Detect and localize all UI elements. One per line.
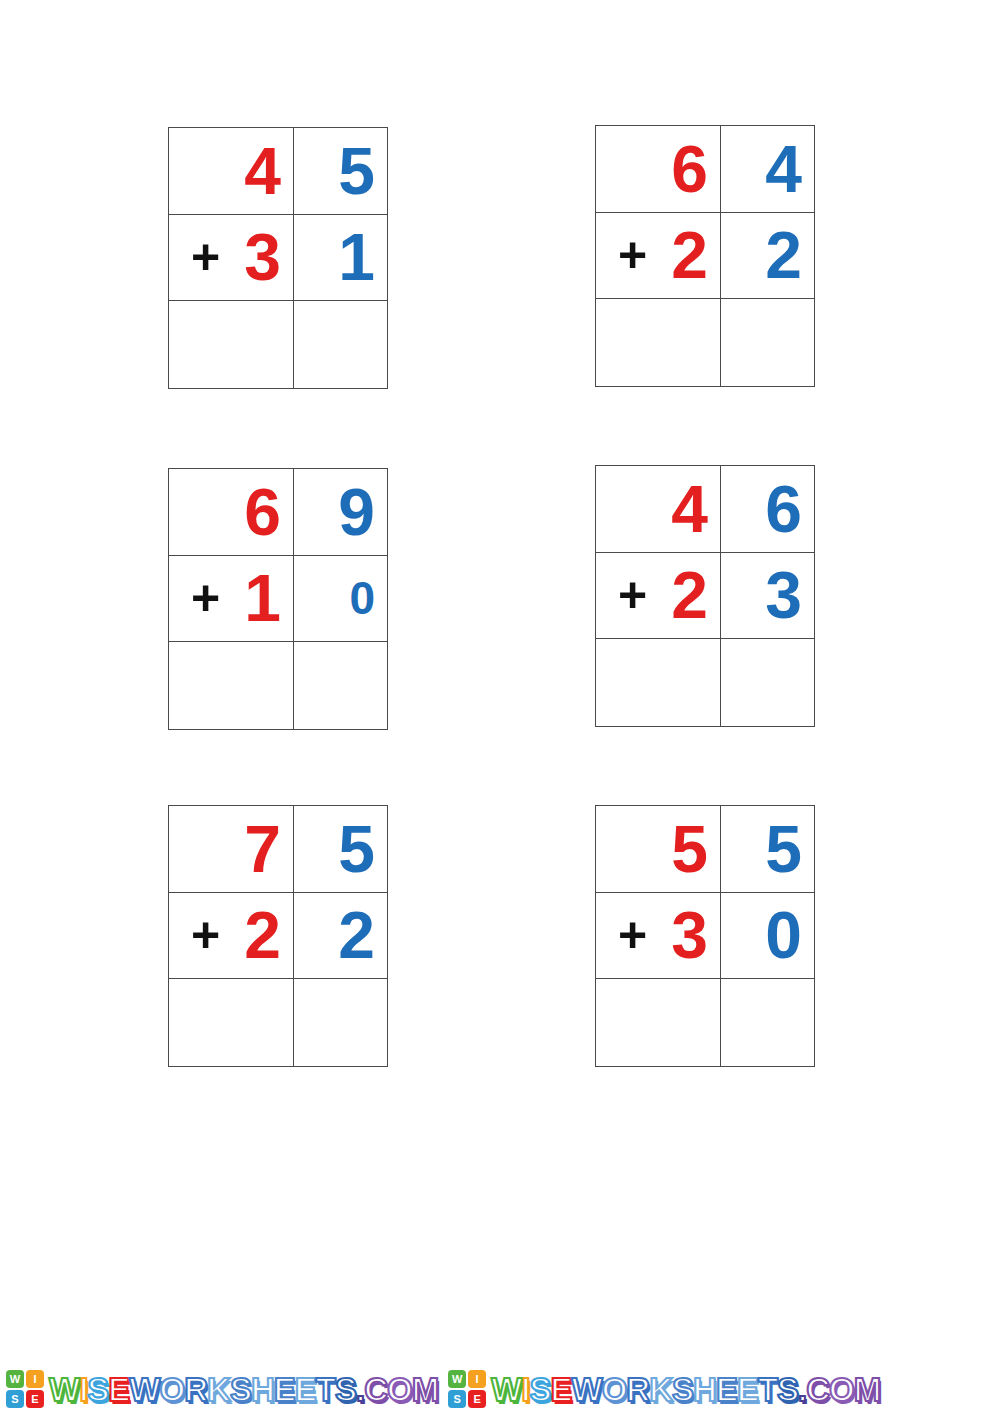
ones-digit: 2	[765, 222, 802, 288]
bottom-ones-cell: 2	[294, 893, 387, 980]
brand-letter: S	[529, 1371, 550, 1408]
answer-cell-tens[interactable]	[169, 301, 294, 388]
worksheet-page: 4 5 +3 1 6 4 +2 2 6 9 +1 0 4 6 +2 3 7 5 …	[0, 0, 1000, 1413]
tens-digit: 2	[244, 902, 281, 968]
brand-letter: O	[602, 1371, 627, 1408]
logo-letter-square: S	[6, 1390, 24, 1408]
answer-cell-ones[interactable]	[294, 301, 387, 388]
brand-letter: W	[129, 1371, 159, 1408]
tens-digit: 4	[671, 476, 708, 542]
brand-letter: S	[777, 1371, 798, 1408]
tens-digit: 5	[671, 816, 708, 882]
answer-cell-ones[interactable]	[721, 639, 814, 726]
bottom-ones-cell: 0	[294, 556, 387, 643]
tens-digit: 2	[671, 562, 708, 628]
addition-problem-2: 6 4 +2 2	[595, 125, 815, 387]
top-tens-cell: 5	[596, 806, 721, 893]
answer-cell-tens[interactable]	[596, 299, 721, 386]
top-tens-cell: 7	[169, 806, 294, 893]
ones-digit: 2	[338, 902, 375, 968]
addition-problem-5: 7 5 +2 2	[168, 805, 388, 1067]
logo-letter-square: E	[26, 1390, 44, 1408]
wiseworksheets-logo-icon: WISE	[448, 1370, 486, 1408]
bottom-ones-cell: 0	[721, 893, 814, 980]
bottom-tens-cell: +3	[596, 893, 721, 980]
bottom-tens-cell: +3	[169, 215, 294, 302]
addition-problem-1: 4 5 +3 1	[168, 127, 388, 389]
wiseworksheets-brand: WISE WISEWORKSHEETS.COM	[448, 1370, 880, 1408]
brand-letter: W	[491, 1371, 521, 1408]
tens-digit: 6	[244, 479, 281, 545]
brand-letter: W	[49, 1371, 79, 1408]
wiseworksheets-wordmark: WISEWORKSHEETS.COM	[491, 1373, 880, 1406]
answer-cell-tens[interactable]	[596, 979, 721, 1066]
top-tens-cell: 6	[596, 126, 721, 213]
brand-letter: .	[356, 1371, 364, 1408]
ones-digit: 6	[765, 476, 802, 542]
brand-letter: M	[412, 1371, 439, 1408]
answer-cell-ones[interactable]	[294, 979, 387, 1066]
brand-letter: K	[207, 1371, 230, 1408]
answer-cell-tens[interactable]	[169, 979, 294, 1066]
brand-letter: S	[335, 1371, 356, 1408]
ones-digit: 0	[349, 575, 375, 621]
brand-letter: M	[854, 1371, 881, 1408]
top-ones-cell: 4	[721, 126, 814, 213]
addition-problem-4: 4 6 +2 3	[595, 465, 815, 727]
tens-digit: 7	[244, 816, 281, 882]
bottom-tens-cell: +2	[596, 213, 721, 300]
plus-operator: +	[191, 573, 220, 623]
bottom-ones-cell: 1	[294, 215, 387, 302]
brand-letter: E	[550, 1371, 571, 1408]
logo-letter-square: E	[468, 1390, 486, 1408]
addition-problem-6: 5 5 +3 0	[595, 805, 815, 1067]
brand-letter: H	[251, 1371, 274, 1408]
tens-digit: 2	[671, 222, 708, 288]
brand-letter: E	[274, 1371, 295, 1408]
ones-digit: 5	[338, 816, 375, 882]
logo-letter-square: W	[448, 1370, 466, 1388]
plus-operator: +	[618, 230, 647, 280]
brand-letter: E	[108, 1371, 129, 1408]
bottom-tens-cell: +2	[596, 553, 721, 640]
logo-letter-square: I	[468, 1370, 486, 1388]
tens-digit: 3	[671, 902, 708, 968]
footer-watermark: WISE WISEWORKSHEETS.COM WISE WISEWORKSHE…	[6, 1366, 996, 1412]
brand-letter: C	[364, 1371, 387, 1408]
addition-problem-3: 6 9 +1 0	[168, 468, 388, 730]
bottom-ones-cell: 3	[721, 553, 814, 640]
brand-letter: E	[737, 1371, 758, 1408]
tens-digit: 3	[244, 224, 281, 290]
ones-digit: 3	[765, 562, 802, 628]
answer-cell-ones[interactable]	[721, 979, 814, 1066]
brand-letter: O	[387, 1371, 412, 1408]
answer-cell-ones[interactable]	[294, 642, 387, 729]
brand-letter: S	[230, 1371, 251, 1408]
brand-letter: T	[316, 1371, 335, 1408]
logo-letter-square: I	[26, 1370, 44, 1388]
plus-operator: +	[191, 232, 220, 282]
plus-operator: +	[618, 910, 647, 960]
brand-letter: E	[716, 1371, 737, 1408]
tens-digit: 6	[671, 136, 708, 202]
wiseworksheets-brand: WISE WISEWORKSHEETS.COM	[6, 1370, 438, 1408]
brand-letter: R	[626, 1371, 649, 1408]
answer-cell-tens[interactable]	[169, 642, 294, 729]
tens-digit: 4	[244, 138, 281, 204]
brand-letter: K	[649, 1371, 672, 1408]
wiseworksheets-wordmark: WISEWORKSHEETS.COM	[49, 1373, 438, 1406]
top-ones-cell: 5	[294, 806, 387, 893]
top-tens-cell: 4	[596, 466, 721, 553]
ones-digit: 5	[765, 816, 802, 882]
ones-digit: 0	[765, 902, 802, 968]
brand-letter: S	[87, 1371, 108, 1408]
top-tens-cell: 4	[169, 128, 294, 215]
brand-letter: E	[295, 1371, 316, 1408]
top-ones-cell: 5	[294, 128, 387, 215]
brand-letter: S	[672, 1371, 693, 1408]
bottom-tens-cell: +1	[169, 556, 294, 643]
plus-operator: +	[618, 570, 647, 620]
top-ones-cell: 5	[721, 806, 814, 893]
brand-letter: O	[829, 1371, 854, 1408]
ones-digit: 4	[765, 136, 802, 202]
answer-cell-ones[interactable]	[721, 299, 814, 386]
wiseworksheets-logo-icon: WISE	[6, 1370, 44, 1408]
brand-letter: T	[758, 1371, 777, 1408]
ones-digit: 9	[338, 479, 375, 545]
brand-letter: O	[160, 1371, 185, 1408]
tens-digit: 1	[244, 565, 281, 631]
brand-letter: C	[806, 1371, 829, 1408]
bottom-tens-cell: +2	[169, 893, 294, 980]
answer-cell-tens[interactable]	[596, 639, 721, 726]
top-ones-cell: 9	[294, 469, 387, 556]
top-ones-cell: 6	[721, 466, 814, 553]
top-tens-cell: 6	[169, 469, 294, 556]
brand-letter: W	[572, 1371, 602, 1408]
brand-letter: R	[184, 1371, 207, 1408]
ones-digit: 5	[338, 138, 375, 204]
logo-letter-square: S	[448, 1390, 466, 1408]
ones-digit: 1	[338, 224, 375, 290]
brand-letter: H	[693, 1371, 716, 1408]
plus-operator: +	[191, 910, 220, 960]
logo-letter-square: W	[6, 1370, 24, 1388]
bottom-ones-cell: 2	[721, 213, 814, 300]
